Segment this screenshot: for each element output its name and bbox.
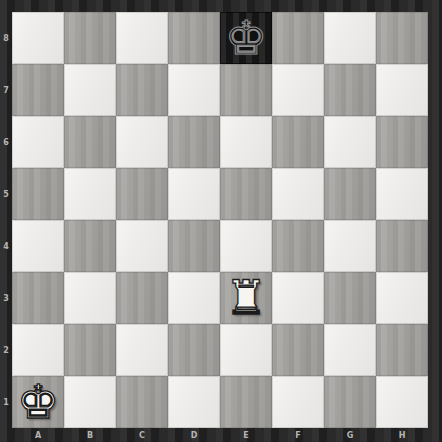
square-d3[interactable] <box>168 272 220 324</box>
square-e3[interactable]: ♜ <box>220 272 272 324</box>
white-rook[interactable]: ♜ <box>220 272 272 324</box>
square-g6[interactable] <box>324 116 376 168</box>
square-g2[interactable] <box>324 324 376 376</box>
square-h6[interactable] <box>376 116 428 168</box>
square-c7[interactable] <box>116 64 168 116</box>
square-b3[interactable] <box>64 272 116 324</box>
square-f6[interactable] <box>272 116 324 168</box>
rank-label-8: 8 <box>0 12 12 64</box>
square-d8[interactable] <box>168 12 220 64</box>
square-b1[interactable] <box>64 376 116 428</box>
square-d7[interactable] <box>168 64 220 116</box>
square-f2[interactable] <box>272 324 324 376</box>
rank-labels: 87654321 <box>0 12 12 428</box>
square-d2[interactable] <box>168 324 220 376</box>
file-label-d: D <box>168 428 220 442</box>
square-e1[interactable] <box>220 376 272 428</box>
square-b7[interactable] <box>64 64 116 116</box>
square-g3[interactable] <box>324 272 376 324</box>
rank-label-2: 2 <box>0 324 12 376</box>
file-label-c: C <box>116 428 168 442</box>
square-g5[interactable] <box>324 168 376 220</box>
square-e8[interactable]: ♚ <box>220 12 272 64</box>
square-c8[interactable] <box>116 12 168 64</box>
file-labels: ABCDEFGH <box>12 428 428 442</box>
file-label-e: E <box>220 428 272 442</box>
square-c1[interactable] <box>116 376 168 428</box>
square-h7[interactable] <box>376 64 428 116</box>
rank-label-4: 4 <box>0 220 12 272</box>
square-h5[interactable] <box>376 168 428 220</box>
square-h4[interactable] <box>376 220 428 272</box>
file-label-b: B <box>64 428 116 442</box>
chessboard: ♚♜♚ <box>12 12 428 428</box>
black-king[interactable]: ♚ <box>220 12 272 64</box>
square-g1[interactable] <box>324 376 376 428</box>
file-label-f: F <box>272 428 324 442</box>
square-a6[interactable] <box>12 116 64 168</box>
square-a2[interactable] <box>12 324 64 376</box>
square-a1[interactable]: ♚ <box>12 376 64 428</box>
square-c6[interactable] <box>116 116 168 168</box>
square-b6[interactable] <box>64 116 116 168</box>
file-label-h: H <box>376 428 428 442</box>
square-b8[interactable] <box>64 12 116 64</box>
square-c2[interactable] <box>116 324 168 376</box>
square-a4[interactable] <box>12 220 64 272</box>
rank-label-6: 6 <box>0 116 12 168</box>
square-h1[interactable] <box>376 376 428 428</box>
square-f7[interactable] <box>272 64 324 116</box>
square-h2[interactable] <box>376 324 428 376</box>
square-e4[interactable] <box>220 220 272 272</box>
square-d5[interactable] <box>168 168 220 220</box>
square-c4[interactable] <box>116 220 168 272</box>
square-g8[interactable] <box>324 12 376 64</box>
square-b2[interactable] <box>64 324 116 376</box>
square-f8[interactable] <box>272 12 324 64</box>
square-e2[interactable] <box>220 324 272 376</box>
square-f4[interactable] <box>272 220 324 272</box>
square-d1[interactable] <box>168 376 220 428</box>
square-a8[interactable] <box>12 12 64 64</box>
square-h3[interactable] <box>376 272 428 324</box>
square-e6[interactable] <box>220 116 272 168</box>
square-e5[interactable] <box>220 168 272 220</box>
square-f1[interactable] <box>272 376 324 428</box>
square-f5[interactable] <box>272 168 324 220</box>
square-h8[interactable] <box>376 12 428 64</box>
square-d6[interactable] <box>168 116 220 168</box>
square-f3[interactable] <box>272 272 324 324</box>
square-d4[interactable] <box>168 220 220 272</box>
white-king[interactable]: ♚ <box>12 376 64 428</box>
square-b4[interactable] <box>64 220 116 272</box>
square-g7[interactable] <box>324 64 376 116</box>
rank-label-5: 5 <box>0 168 12 220</box>
square-a5[interactable] <box>12 168 64 220</box>
file-label-g: G <box>324 428 376 442</box>
chessboard-frame: 87654321 ♚♜♚ ABCDEFGH <box>0 0 442 442</box>
square-e7[interactable] <box>220 64 272 116</box>
rank-label-1: 1 <box>0 376 12 428</box>
rank-label-3: 3 <box>0 272 12 324</box>
square-c3[interactable] <box>116 272 168 324</box>
file-label-a: A <box>12 428 64 442</box>
square-a7[interactable] <box>12 64 64 116</box>
square-b5[interactable] <box>64 168 116 220</box>
square-a3[interactable] <box>12 272 64 324</box>
rank-label-7: 7 <box>0 64 12 116</box>
square-c5[interactable] <box>116 168 168 220</box>
square-g4[interactable] <box>324 220 376 272</box>
